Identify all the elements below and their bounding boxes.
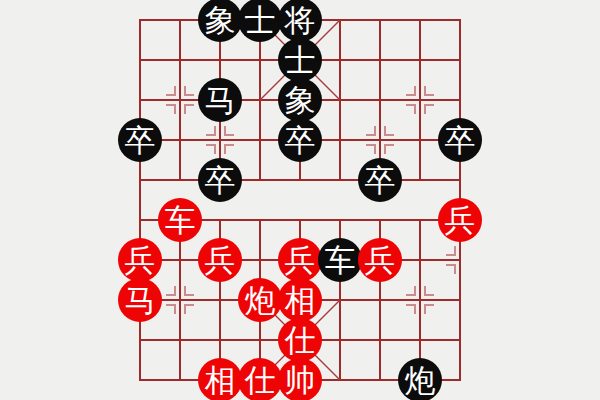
board-point: 帅 (280, 360, 320, 400)
board-point: 兵 (360, 240, 400, 280)
piece-red-elephant[interactable]: 相 (278, 278, 322, 322)
piece-red-advisor[interactable]: 仕 (278, 318, 322, 362)
board-point: 卒 (120, 120, 160, 160)
piece-black-soldier[interactable]: 卒 (278, 118, 322, 162)
board-point: 象 (200, 0, 240, 40)
board-point: 卒 (200, 160, 240, 200)
piece-red-soldier[interactable]: 兵 (438, 198, 482, 242)
board-point: 仕 (240, 360, 280, 400)
board-point: 卒 (360, 160, 400, 200)
piece-red-cannon[interactable]: 炮 (238, 278, 282, 322)
piece-black-elephant[interactable]: 象 (278, 78, 322, 122)
piece-red-soldier[interactable]: 兵 (118, 238, 162, 282)
piece-red-elephant[interactable]: 相 (198, 358, 242, 400)
piece-black-soldier[interactable]: 卒 (438, 118, 482, 162)
xiangqi-board: 象士将士马象卒卒卒卒卒车兵兵兵兵车兵马炮相仕相仕帅炮 (0, 0, 600, 400)
board-point: 仕 (280, 320, 320, 360)
board-point: 炮 (400, 360, 440, 400)
board-point: 士 (280, 40, 320, 80)
board-point: 相 (200, 360, 240, 400)
board-point: 将 (280, 0, 320, 40)
piece-black-chariot[interactable]: 车 (318, 238, 362, 282)
piece-black-soldier[interactable]: 卒 (358, 158, 402, 202)
piece-red-soldier[interactable]: 兵 (198, 238, 242, 282)
board-point: 马 (200, 80, 240, 120)
piece-red-soldier[interactable]: 兵 (278, 238, 322, 282)
piece-black-advisor[interactable]: 士 (278, 38, 322, 82)
board-point: 相 (280, 280, 320, 320)
pieces-layer: 象士将士马象卒卒卒卒卒车兵兵兵兵车兵马炮相仕相仕帅炮 (120, 0, 480, 400)
piece-black-cannon[interactable]: 炮 (398, 358, 442, 400)
board-point: 车 (160, 200, 200, 240)
board-point: 兵 (440, 200, 480, 240)
piece-black-advisor[interactable]: 士 (238, 0, 282, 42)
board-point: 卒 (440, 120, 480, 160)
board-point: 马 (120, 280, 160, 320)
piece-red-chariot[interactable]: 车 (158, 198, 202, 242)
piece-black-horse[interactable]: 马 (198, 78, 242, 122)
piece-red-advisor[interactable]: 仕 (238, 358, 282, 400)
piece-red-horse[interactable]: 马 (118, 278, 162, 322)
board-point: 车 (320, 240, 360, 280)
board-point: 兵 (200, 240, 240, 280)
board-point: 卒 (280, 120, 320, 160)
board-point: 兵 (120, 240, 160, 280)
piece-red-general[interactable]: 帅 (278, 358, 322, 400)
board-point: 炮 (240, 280, 280, 320)
board-point: 兵 (280, 240, 320, 280)
piece-black-soldier[interactable]: 卒 (198, 158, 242, 202)
piece-black-general[interactable]: 将 (278, 0, 322, 42)
piece-black-elephant[interactable]: 象 (198, 0, 242, 42)
board-point: 象 (280, 80, 320, 120)
piece-black-soldier[interactable]: 卒 (118, 118, 162, 162)
board-point: 士 (240, 0, 280, 40)
piece-red-soldier[interactable]: 兵 (358, 238, 402, 282)
